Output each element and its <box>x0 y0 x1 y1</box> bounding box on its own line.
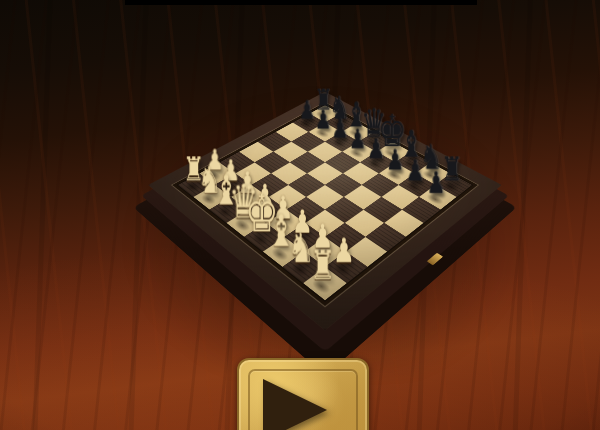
play-button[interactable] <box>237 358 369 430</box>
black-pawn: ♟ <box>419 185 457 210</box>
app-screen: ♜♞♝♛♚♝♞♜♟♟♟♟♟♟♟♟♟♟♟♟♟♟♟♟♜♞♝♛♚♝♞♜ <box>0 0 600 430</box>
pieces-layer: ♜♞♝♛♚♝♞♜♟♟♟♟♟♟♟♟♟♟♟♟♟♟♟♟♜♞♝♛♚♝♞♜ <box>148 92 502 331</box>
chess-board: ♜♞♝♛♚♝♞♜♟♟♟♟♟♟♟♟♟♟♟♟♟♟♟♟♜♞♝♛♚♝♞♜ <box>148 92 502 331</box>
play-icon <box>263 379 327 430</box>
letterbox-bar <box>125 0 477 5</box>
